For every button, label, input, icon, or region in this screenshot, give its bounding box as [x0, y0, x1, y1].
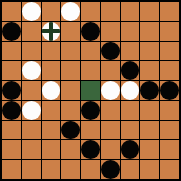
board-cell[interactable] [101, 121, 120, 140]
board-cell[interactable] [101, 101, 120, 120]
white-defender-piece[interactable] [121, 81, 140, 100]
board-cell[interactable] [101, 22, 120, 41]
board-cell[interactable] [22, 101, 41, 120]
white-defender-piece[interactable] [101, 81, 120, 100]
board-cell[interactable] [140, 101, 159, 120]
board-cell[interactable] [2, 42, 21, 61]
board-cell[interactable] [81, 160, 100, 179]
tablut-board [0, 0, 181, 181]
board-cell[interactable] [2, 101, 21, 120]
board-cell[interactable] [22, 2, 41, 21]
board-cell[interactable] [81, 121, 100, 140]
board-cell[interactable] [140, 121, 159, 140]
board-cell[interactable] [121, 2, 140, 21]
board-cell[interactable] [101, 2, 120, 21]
board-cell[interactable] [121, 121, 140, 140]
board-cell[interactable] [160, 61, 179, 80]
board-cell[interactable] [42, 140, 61, 159]
black-attacker-piece[interactable] [121, 140, 140, 159]
board-cell[interactable] [2, 22, 21, 41]
board-cell[interactable] [42, 81, 61, 100]
board-cell[interactable] [140, 22, 159, 41]
board-cell[interactable] [2, 160, 21, 179]
board-cell[interactable] [61, 121, 80, 140]
board-cell[interactable] [101, 61, 120, 80]
board-cell[interactable] [2, 81, 21, 100]
black-attacker-piece[interactable] [101, 42, 120, 61]
white-defender-piece[interactable] [22, 2, 41, 21]
board-cell[interactable] [160, 101, 179, 120]
black-attacker-piece[interactable] [140, 81, 159, 100]
board-cell[interactable] [81, 2, 100, 21]
board-cell[interactable] [101, 140, 120, 159]
board-cell[interactable] [140, 61, 159, 80]
board-cell[interactable] [61, 22, 80, 41]
board-cell[interactable] [101, 42, 120, 61]
board-cell[interactable] [42, 2, 61, 21]
board-cell[interactable] [22, 121, 41, 140]
board-cell[interactable] [61, 160, 80, 179]
board-cell[interactable] [2, 140, 21, 159]
board-cell[interactable] [160, 2, 179, 21]
white-defender-piece[interactable] [22, 101, 41, 120]
black-attacker-piece[interactable] [101, 160, 120, 179]
white-defender-piece[interactable] [61, 2, 80, 21]
board-cell[interactable] [42, 42, 61, 61]
board-cell[interactable] [61, 42, 80, 61]
throne-cell[interactable] [81, 81, 100, 100]
board-cell[interactable] [140, 42, 159, 61]
board-cell[interactable] [81, 42, 100, 61]
black-attacker-piece[interactable] [81, 101, 100, 120]
black-attacker-piece[interactable] [2, 101, 21, 120]
black-attacker-piece[interactable] [2, 81, 21, 100]
board-cell[interactable] [42, 61, 61, 80]
board-cell[interactable] [22, 22, 41, 41]
board-cell[interactable] [140, 2, 159, 21]
board-cell[interactable] [2, 2, 21, 21]
board-cell[interactable] [140, 140, 159, 159]
board-cell[interactable] [22, 140, 41, 159]
board-cell[interactable] [160, 121, 179, 140]
board-cell[interactable] [121, 101, 140, 120]
board-cell[interactable] [22, 42, 41, 61]
board-cell[interactable] [121, 140, 140, 159]
board-cell[interactable] [42, 160, 61, 179]
board-cell[interactable] [160, 160, 179, 179]
black-attacker-piece[interactable] [81, 22, 100, 41]
board-cell[interactable] [61, 2, 80, 21]
board-cell[interactable] [121, 160, 140, 179]
board-cell[interactable] [22, 160, 41, 179]
board-cell[interactable] [101, 160, 120, 179]
board-cell[interactable] [81, 140, 100, 159]
board-cell[interactable] [22, 61, 41, 80]
black-attacker-piece[interactable] [121, 61, 140, 80]
board-cell[interactable] [61, 61, 80, 80]
board-cell[interactable] [81, 101, 100, 120]
white-king-piece[interactable] [42, 22, 61, 41]
board-cell[interactable] [2, 121, 21, 140]
board-cell[interactable] [160, 42, 179, 61]
board-cell[interactable] [81, 61, 100, 80]
board-cell[interactable] [61, 101, 80, 120]
board-cell[interactable] [121, 81, 140, 100]
board-cell[interactable] [42, 121, 61, 140]
black-attacker-piece[interactable] [81, 140, 100, 159]
board-cell[interactable] [140, 160, 159, 179]
board-cell[interactable] [160, 22, 179, 41]
black-attacker-piece[interactable] [160, 81, 179, 100]
board-cell[interactable] [121, 22, 140, 41]
board-cell[interactable] [42, 22, 61, 41]
white-defender-piece[interactable] [22, 61, 41, 80]
board-cell[interactable] [81, 22, 100, 41]
board-cell[interactable] [121, 61, 140, 80]
board-cell[interactable] [22, 81, 41, 100]
board-cell[interactable] [101, 81, 120, 100]
board-cell[interactable] [160, 140, 179, 159]
black-attacker-piece[interactable] [61, 121, 80, 140]
board-cell[interactable] [160, 81, 179, 100]
board-cell[interactable] [140, 81, 159, 100]
white-defender-piece[interactable] [42, 81, 61, 100]
board-cell[interactable] [61, 140, 80, 159]
black-attacker-piece[interactable] [2, 22, 21, 41]
board-cell[interactable] [121, 42, 140, 61]
board-cell[interactable] [42, 101, 61, 120]
board-cell[interactable] [61, 81, 80, 100]
board-cell[interactable] [2, 61, 21, 80]
